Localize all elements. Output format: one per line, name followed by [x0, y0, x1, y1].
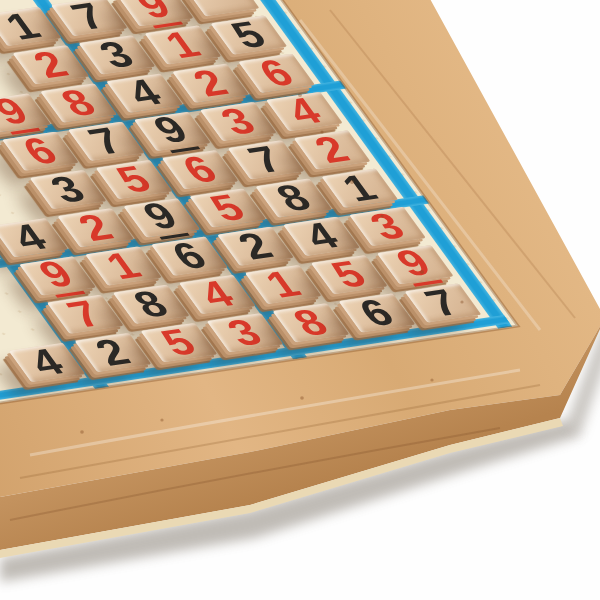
tile-digit: 2 — [186, 64, 235, 102]
tile-digit: 1 — [99, 247, 148, 285]
tile-r9c3[interactable]: 4 — [9, 343, 86, 382]
tile-r9c8[interactable]: 6 — [339, 293, 416, 332]
tile-r5c7[interactable]: 6 — [162, 150, 239, 189]
tile-r9c5[interactable]: 5 — [141, 323, 218, 362]
tile-r9c4[interactable]: 2 — [75, 333, 152, 372]
tile-r3c9[interactable]: 6 — [238, 54, 315, 93]
tile-r4c5[interactable]: 6 — [2, 132, 79, 171]
tile-r3c7[interactable]: 4 — [106, 73, 183, 112]
tile-r4c8[interactable]: 3 — [200, 102, 277, 141]
tile-digit: 3 — [44, 170, 93, 208]
tile-r2c9[interactable]: 5 — [211, 15, 288, 54]
tile-r8c9[interactable]: 9 — [377, 245, 454, 284]
tile-r8c7[interactable]: 1 — [245, 265, 322, 304]
tile-digit: 5 — [154, 323, 203, 361]
tile-r1c9[interactable] — [183, 0, 260, 16]
tile-r6c9[interactable]: 1 — [322, 168, 399, 207]
tile-digit: 6 — [352, 294, 401, 332]
tile-digit: 9 — [134, 196, 190, 239]
tile-digit: 1 — [335, 169, 384, 207]
tile-digit: 3 — [214, 102, 263, 140]
tile-digit: 1 — [0, 7, 48, 45]
frame-shadow — [0, 420, 580, 582]
tile-digit: 6 — [176, 151, 225, 189]
tile-r2c8[interactable]: 1 — [145, 25, 222, 64]
tile-digit: 4 — [120, 74, 169, 112]
tile-r5c9[interactable]: 2 — [294, 130, 371, 169]
tile-r7c6[interactable]: 6 — [151, 236, 228, 275]
tile-r7c7[interactable]: 2 — [217, 227, 294, 266]
tile-digit: 3 — [363, 207, 412, 245]
tile-digit: 3 — [220, 314, 269, 352]
tile-r9c7[interactable]: 8 — [273, 303, 350, 342]
tile-digit: 4 — [280, 92, 329, 130]
tile-r7c5[interactable]: 1 — [85, 246, 162, 285]
tile-digit: 4 — [22, 343, 71, 381]
tile-digit: 6 — [252, 54, 301, 92]
tile-r8c8[interactable]: 5 — [311, 255, 388, 294]
tile-digit: 1 — [259, 265, 308, 303]
tile-r6c4[interactable]: 4 — [0, 218, 68, 257]
tile-r9c9[interactable]: 7 — [405, 283, 482, 322]
tile-r6c8[interactable]: 8 — [256, 178, 333, 217]
tile-digit: 1 — [158, 26, 207, 64]
tile-digit: 4 — [193, 275, 242, 313]
tile-digit: 5 — [203, 189, 252, 227]
tile-digit: 8 — [286, 304, 335, 342]
tile-r5c5[interactable]: 3 — [30, 170, 107, 209]
tile-r4c9[interactable]: 4 — [266, 92, 343, 131]
tile-digit: 2 — [71, 209, 120, 247]
tile-r6c7[interactable]: 5 — [190, 188, 267, 227]
tile-digit: 7 — [418, 284, 467, 322]
tile-digit: 4 — [297, 217, 346, 255]
tile-r7c8[interactable]: 4 — [283, 217, 360, 256]
photo-background: 1792315984266793435672429581916243784159… — [0, 0, 600, 600]
wood-grain-streak — [10, 428, 500, 520]
tile-r2c7[interactable]: 3 — [79, 35, 156, 74]
tile-digit: 8 — [269, 179, 318, 217]
tile-r4c7[interactable]: 9 — [134, 112, 211, 151]
tile-digit: 7 — [61, 295, 110, 333]
tile-digit: 5 — [325, 255, 374, 293]
tile-r8c5[interactable]: 8 — [113, 285, 190, 324]
tile-r1c6[interactable]: 1 — [0, 7, 62, 46]
tile-digit: 7 — [242, 141, 291, 179]
tile-digit: 6 — [165, 237, 214, 275]
tile-r3c8[interactable]: 2 — [172, 64, 249, 103]
tile-digit: 5 — [110, 160, 159, 198]
tile-digit: 3 — [92, 36, 141, 74]
tile-r7c9[interactable]: 3 — [349, 207, 426, 246]
tile-r2c6[interactable]: 2 — [13, 45, 90, 84]
tile-r3c5[interactable]: 9 — [0, 93, 51, 132]
tile-r9c6[interactable]: 3 — [207, 313, 284, 352]
tile-digit: 2 — [88, 333, 137, 371]
tile-r8c4[interactable]: 7 — [47, 295, 124, 334]
tile-r1c7[interactable]: 7 — [51, 0, 128, 36]
sudoku-board: 1792315984266793435672429581916243784159… — [0, 0, 527, 421]
tile-digit: 5 — [224, 16, 273, 54]
tile-digit: 9 — [144, 110, 200, 153]
tile-r5c6[interactable]: 5 — [96, 160, 173, 199]
tile-r6c6[interactable]: 9 — [124, 198, 201, 237]
tile-digit: 2 — [26, 46, 75, 84]
tile-digit: 9 — [29, 254, 85, 297]
tile-digit: 4 — [5, 218, 54, 256]
tile-digit: 9 — [387, 243, 443, 286]
frame-corner-shadow — [566, 322, 600, 436]
tile-r3c6[interactable]: 8 — [40, 83, 117, 122]
tile-r7c4[interactable]: 9 — [19, 256, 96, 295]
tile-r5c8[interactable]: 7 — [228, 140, 305, 179]
tile-digit: 7 — [82, 122, 131, 160]
tile-r8c6[interactable]: 4 — [179, 275, 256, 314]
tile-r4c6[interactable]: 7 — [68, 122, 145, 161]
tile-digit: 2 — [308, 131, 357, 169]
wood-grain-streak — [20, 385, 540, 478]
tile-digit: 7 — [65, 0, 114, 36]
tile-digit: 8 — [127, 285, 176, 323]
tile-digit: 9 — [0, 91, 41, 134]
tile-digit: 2 — [231, 227, 280, 265]
tile-digit: 8 — [54, 84, 103, 122]
tile-r1c8[interactable]: 9 — [117, 0, 194, 26]
tile-r6c5[interactable]: 2 — [58, 208, 135, 247]
frame-base-edge — [0, 418, 563, 558]
tile-digit: 6 — [16, 132, 65, 170]
